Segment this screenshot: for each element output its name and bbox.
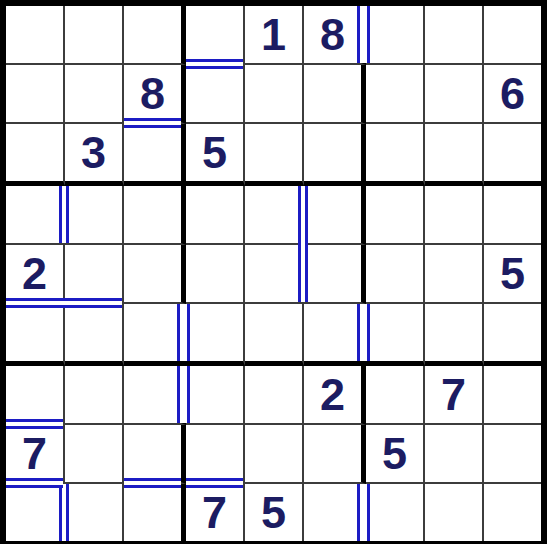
cell-r4c8[interactable] <box>425 186 484 245</box>
cell-r6c9[interactable] <box>484 304 541 366</box>
cell-r3c4[interactable]: 5 <box>186 124 245 186</box>
cell-r4c4[interactable] <box>186 186 245 245</box>
cell-r6c7[interactable] <box>366 304 425 366</box>
cell-r9c1[interactable] <box>6 484 65 541</box>
cell-r8c6[interactable] <box>304 425 366 484</box>
cell-r9c5[interactable]: 5 <box>245 484 304 541</box>
cell-r9c4[interactable]: 7 <box>186 484 245 541</box>
cell-r2c1[interactable] <box>6 65 65 124</box>
cell-r6c2[interactable] <box>65 304 124 366</box>
cell-r1c5[interactable]: 1 <box>245 6 304 65</box>
cell-r2c2[interactable] <box>65 65 124 124</box>
cell-r5c2[interactable] <box>65 245 124 304</box>
cell-r6c1[interactable] <box>6 304 65 366</box>
cell-r9c2[interactable] <box>65 484 124 541</box>
cell-r1c7[interactable] <box>366 6 425 65</box>
cell-r3c8[interactable] <box>425 124 484 186</box>
cell-r7c8[interactable]: 7 <box>425 366 484 425</box>
cell-r9c3[interactable] <box>124 484 186 541</box>
cell-r6c6[interactable] <box>304 304 366 366</box>
cell-r5c3[interactable] <box>124 245 186 304</box>
cell-r5c1[interactable]: 2 <box>6 245 65 304</box>
cell-r4c6[interactable] <box>304 186 366 245</box>
cell-r8c8[interactable] <box>425 425 484 484</box>
cell-r8c4[interactable] <box>186 425 245 484</box>
cell-r7c2[interactable] <box>65 366 124 425</box>
cell-r6c5[interactable] <box>245 304 304 366</box>
cell-r1c6[interactable]: 8 <box>304 6 366 65</box>
cell-r7c1[interactable] <box>6 366 65 425</box>
cell-r5c8[interactable] <box>425 245 484 304</box>
cell-r1c1[interactable] <box>6 6 65 65</box>
cell-r8c1[interactable]: 7 <box>6 425 65 484</box>
cell-r2c3[interactable]: 8 <box>124 65 186 124</box>
cell-r2c4[interactable] <box>186 65 245 124</box>
cell-r2c8[interactable] <box>425 65 484 124</box>
cell-r6c3[interactable] <box>124 304 186 366</box>
cell-r3c7[interactable] <box>366 124 425 186</box>
cell-r1c3[interactable] <box>124 6 186 65</box>
cell-r7c9[interactable] <box>484 366 541 425</box>
cell-r3c1[interactable] <box>6 124 65 186</box>
cell-r4c2[interactable] <box>65 186 124 245</box>
cell-r5c9[interactable]: 5 <box>484 245 541 304</box>
cell-r7c7[interactable] <box>366 366 425 425</box>
cell-r9c6[interactable] <box>304 484 366 541</box>
cell-r7c3[interactable] <box>124 366 186 425</box>
cell-r8c9[interactable] <box>484 425 541 484</box>
cell-r6c4[interactable] <box>186 304 245 366</box>
cell-r8c7[interactable]: 5 <box>366 425 425 484</box>
cell-r5c5[interactable] <box>245 245 304 304</box>
cell-r4c5[interactable] <box>245 186 304 245</box>
sudoku-board: 18863525277575 <box>0 0 547 544</box>
cell-r3c3[interactable] <box>124 124 186 186</box>
cell-r8c2[interactable] <box>65 425 124 484</box>
cell-r7c4[interactable] <box>186 366 245 425</box>
cell-r3c5[interactable] <box>245 124 304 186</box>
cell-r2c6[interactable] <box>304 65 366 124</box>
cell-r1c9[interactable] <box>484 6 541 65</box>
cell-r9c8[interactable] <box>425 484 484 541</box>
cell-r1c4[interactable] <box>186 6 245 65</box>
cell-r8c3[interactable] <box>124 425 186 484</box>
cell-r4c9[interactable] <box>484 186 541 245</box>
cell-r9c9[interactable] <box>484 484 541 541</box>
cell-r7c5[interactable] <box>245 366 304 425</box>
cell-r7c6[interactable]: 2 <box>304 366 366 425</box>
cell-r5c6[interactable] <box>304 245 366 304</box>
cell-r9c7[interactable] <box>366 484 425 541</box>
cell-r3c9[interactable] <box>484 124 541 186</box>
cell-r4c1[interactable] <box>6 186 65 245</box>
cell-r2c9[interactable]: 6 <box>484 65 541 124</box>
cell-r6c8[interactable] <box>425 304 484 366</box>
cell-r2c5[interactable] <box>245 65 304 124</box>
cell-r4c7[interactable] <box>366 186 425 245</box>
cell-r4c3[interactable] <box>124 186 186 245</box>
cell-r1c8[interactable] <box>425 6 484 65</box>
cell-r8c5[interactable] <box>245 425 304 484</box>
cell-r3c2[interactable]: 3 <box>65 124 124 186</box>
cell-r1c2[interactable] <box>65 6 124 65</box>
cell-r5c7[interactable] <box>366 245 425 304</box>
cell-r5c4[interactable] <box>186 245 245 304</box>
cell-r2c7[interactable] <box>366 65 425 124</box>
cell-r3c6[interactable] <box>304 124 366 186</box>
